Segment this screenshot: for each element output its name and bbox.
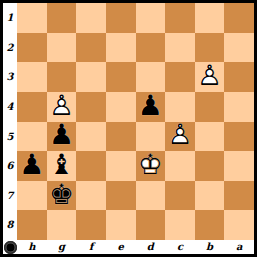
- square-b1[interactable]: [195, 3, 225, 33]
- square-b6[interactable]: [195, 151, 225, 181]
- black-pawn-glyph: ♟: [17, 151, 47, 181]
- square-h1[interactable]: [17, 3, 47, 33]
- piece-white-pawn[interactable]: ♟♙: [195, 62, 225, 92]
- square-c8[interactable]: [165, 210, 195, 240]
- piece-black-pawn[interactable]: ♟: [17, 151, 47, 181]
- square-e8[interactable]: [106, 210, 136, 240]
- white-pawn-glyph: ♙: [47, 92, 77, 122]
- square-f7[interactable]: [76, 181, 106, 211]
- file-label-a: a: [224, 240, 254, 254]
- square-h6[interactable]: ♟: [17, 151, 47, 181]
- square-g3[interactable]: [47, 62, 77, 92]
- square-b4[interactable]: [195, 92, 225, 122]
- piece-white-king[interactable]: ♚♔: [136, 151, 166, 181]
- black-bishop-glyph: ♝: [47, 151, 77, 181]
- square-b7[interactable]: [195, 181, 225, 211]
- square-d2[interactable]: [136, 33, 166, 63]
- square-d6[interactable]: ♚♔: [136, 151, 166, 181]
- square-g1[interactable]: [47, 3, 77, 33]
- square-d3[interactable]: [136, 62, 166, 92]
- square-e6[interactable]: [106, 151, 136, 181]
- file-label-c: c: [165, 240, 195, 254]
- rank-label-3: 3: [3, 62, 17, 92]
- rank-label-6: 6: [3, 151, 17, 181]
- square-d7[interactable]: [136, 181, 166, 211]
- square-g5[interactable]: ♟: [47, 122, 77, 152]
- square-a7[interactable]: [224, 181, 254, 211]
- piece-black-pawn[interactable]: ♟: [136, 92, 166, 122]
- square-b8[interactable]: [195, 210, 225, 240]
- square-f3[interactable]: [76, 62, 106, 92]
- file-label-h: h: [17, 240, 47, 254]
- rank-label-2: 2: [3, 33, 17, 63]
- file-label-e: e: [106, 240, 136, 254]
- square-c4[interactable]: [165, 92, 195, 122]
- square-h8[interactable]: [17, 210, 47, 240]
- square-h2[interactable]: [17, 33, 47, 63]
- piece-black-bishop[interactable]: ♝: [47, 151, 77, 181]
- square-a6[interactable]: [224, 151, 254, 181]
- square-a2[interactable]: [224, 33, 254, 63]
- square-f2[interactable]: [76, 33, 106, 63]
- square-e4[interactable]: [106, 92, 136, 122]
- piece-black-king[interactable]: ♚: [47, 181, 77, 211]
- square-e2[interactable]: [106, 33, 136, 63]
- square-c5[interactable]: ♟♙: [165, 122, 195, 152]
- file-label-g: g: [47, 240, 77, 254]
- square-h4[interactable]: [17, 92, 47, 122]
- white-pawn-glyph: ♙: [195, 62, 225, 92]
- square-d5[interactable]: [136, 122, 166, 152]
- square-e3[interactable]: [106, 62, 136, 92]
- rank-label-8: 8: [3, 210, 17, 240]
- square-g6[interactable]: ♝: [47, 151, 77, 181]
- square-c6[interactable]: [165, 151, 195, 181]
- square-h3[interactable]: [17, 62, 47, 92]
- file-label-f: f: [76, 240, 106, 254]
- chess-board: ♟♙♟♙♟♟♟♙♟♝♚♔♚: [17, 3, 254, 240]
- chess-diagram: ♟♙♟♙♟♟♟♙♟♝♚♔♚ 12345678 hgfedcba: [3, 3, 254, 254]
- white-king-glyph: ♔: [136, 151, 166, 181]
- square-g8[interactable]: [47, 210, 77, 240]
- rank-label-5: 5: [3, 122, 17, 152]
- square-e7[interactable]: [106, 181, 136, 211]
- square-b3[interactable]: ♟♙: [195, 62, 225, 92]
- square-a3[interactable]: [224, 62, 254, 92]
- black-pawn-glyph: ♟: [136, 92, 166, 122]
- black-pawn-glyph: ♟: [47, 122, 77, 152]
- file-label-b: b: [195, 240, 225, 254]
- black-king-glyph: ♚: [47, 181, 77, 211]
- piece-white-pawn[interactable]: ♟♙: [47, 92, 77, 122]
- square-a8[interactable]: [224, 210, 254, 240]
- square-c3[interactable]: [165, 62, 195, 92]
- square-c7[interactable]: [165, 181, 195, 211]
- square-c2[interactable]: [165, 33, 195, 63]
- piece-white-pawn[interactable]: ♟♙: [165, 122, 195, 152]
- square-h7[interactable]: [17, 181, 47, 211]
- square-g4[interactable]: ♟♙: [47, 92, 77, 122]
- square-g2[interactable]: [47, 33, 77, 63]
- square-f6[interactable]: [76, 151, 106, 181]
- square-c1[interactable]: [165, 3, 195, 33]
- square-d4[interactable]: ♟: [136, 92, 166, 122]
- square-h5[interactable]: [17, 122, 47, 152]
- square-d8[interactable]: [136, 210, 166, 240]
- chess-board-frame: ♟♙♟♙♟♟♟♙♟♝♚♔♚ 12345678 hgfedcba: [0, 0, 257, 257]
- square-a5[interactable]: [224, 122, 254, 152]
- square-b5[interactable]: [195, 122, 225, 152]
- square-d1[interactable]: [136, 3, 166, 33]
- piece-black-pawn[interactable]: ♟: [47, 122, 77, 152]
- rank-labels: 12345678: [3, 3, 17, 240]
- square-e1[interactable]: [106, 3, 136, 33]
- square-f8[interactable]: [76, 210, 106, 240]
- rank-label-7: 7: [3, 181, 17, 211]
- file-labels: hgfedcba: [17, 240, 254, 254]
- square-f5[interactable]: [76, 122, 106, 152]
- square-f1[interactable]: [76, 3, 106, 33]
- square-f4[interactable]: [76, 92, 106, 122]
- square-a4[interactable]: [224, 92, 254, 122]
- rank-label-4: 4: [3, 92, 17, 122]
- black-to-move-indicator: [4, 241, 17, 254]
- square-g7[interactable]: ♚: [47, 181, 77, 211]
- rank-label-1: 1: [3, 3, 17, 33]
- square-e5[interactable]: [106, 122, 136, 152]
- file-label-d: d: [136, 240, 166, 254]
- square-b2[interactable]: [195, 33, 225, 63]
- square-a1[interactable]: [224, 3, 254, 33]
- white-pawn-glyph: ♙: [165, 122, 195, 152]
